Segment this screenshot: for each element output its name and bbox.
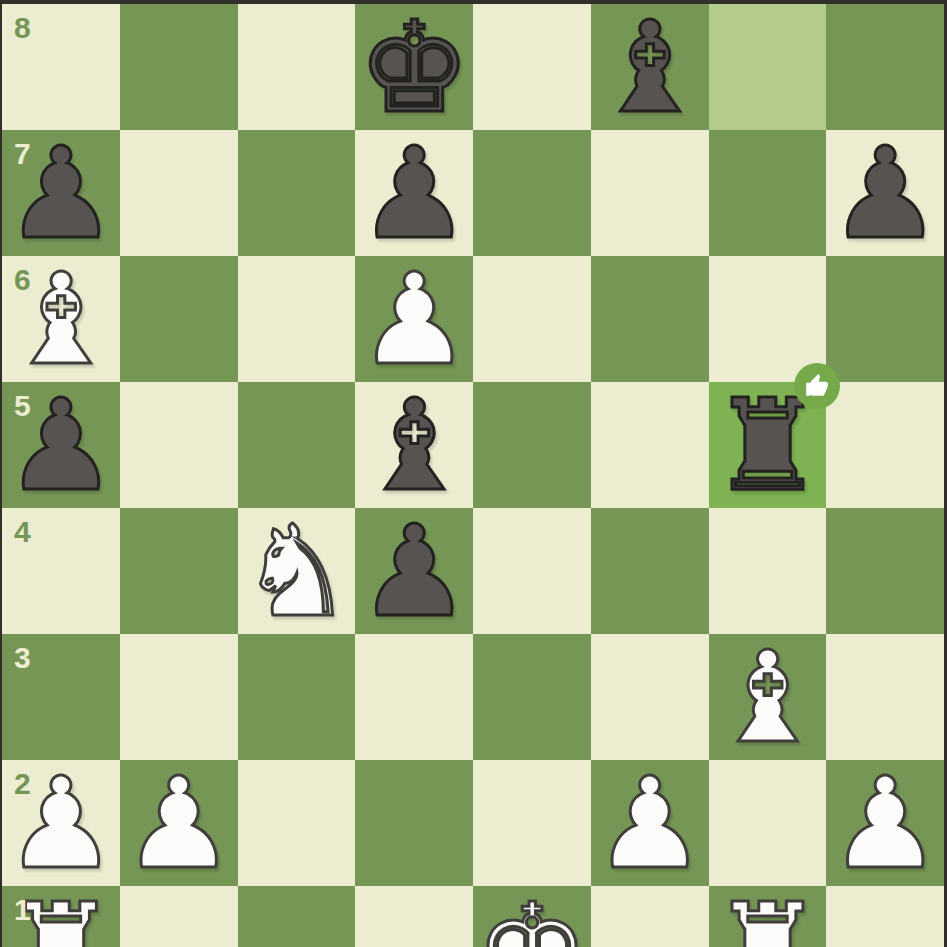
square-e5[interactable]: [473, 382, 591, 508]
square-a3[interactable]: 3: [2, 634, 120, 760]
square-f2[interactable]: ♟: [591, 760, 709, 886]
square-h5[interactable]: [826, 382, 944, 508]
piece-white-pawn-f2[interactable]: ♟: [593, 761, 706, 887]
square-h2[interactable]: ♟: [826, 760, 944, 886]
piece-black-bishop-d5[interactable]: ♝: [358, 383, 471, 509]
square-g2[interactable]: [709, 760, 827, 886]
rank-label-3: 3: [14, 641, 31, 675]
piece-black-pawn-d4[interactable]: ♟: [358, 509, 471, 635]
piece-white-knight-c4[interactable]: ♞: [240, 509, 353, 635]
square-c2[interactable]: [238, 760, 356, 886]
piece-white-bishop-g3[interactable]: ♝: [711, 635, 824, 761]
square-g1[interactable]: g♜: [709, 886, 827, 947]
rank-label-4: 4: [14, 515, 31, 549]
piece-white-rook-g1[interactable]: ♜: [711, 887, 824, 947]
piece-black-king-d8[interactable]: ♚: [358, 5, 471, 131]
square-a8[interactable]: 8: [2, 4, 120, 130]
square-b8[interactable]: [120, 4, 238, 130]
square-c8[interactable]: [238, 4, 356, 130]
square-h4[interactable]: [826, 508, 944, 634]
thumbs-up-icon: [804, 373, 830, 399]
square-c3[interactable]: [238, 634, 356, 760]
square-d7[interactable]: ♟: [355, 130, 473, 256]
piece-white-bishop-a6[interactable]: ♝: [4, 257, 117, 383]
piece-black-pawn-h7[interactable]: ♟: [829, 131, 942, 257]
square-f6[interactable]: [591, 256, 709, 382]
square-a2[interactable]: 2♟: [2, 760, 120, 886]
piece-black-pawn-a5[interactable]: ♟: [4, 383, 117, 509]
piece-white-rook-a1[interactable]: ♜: [4, 887, 117, 947]
piece-white-pawn-b2[interactable]: ♟: [122, 761, 235, 887]
square-e4[interactable]: [473, 508, 591, 634]
square-d5[interactable]: ♝: [355, 382, 473, 508]
square-d1[interactable]: d: [355, 886, 473, 947]
square-h6[interactable]: [826, 256, 944, 382]
square-e3[interactable]: [473, 634, 591, 760]
square-f3[interactable]: [591, 634, 709, 760]
square-d3[interactable]: [355, 634, 473, 760]
rank-label-8: 8: [14, 11, 31, 45]
good-move-badge: [794, 363, 840, 409]
square-e1[interactable]: e♚: [473, 886, 591, 947]
square-f8[interactable]: ♝: [591, 4, 709, 130]
square-h8[interactable]: [826, 4, 944, 130]
square-a7[interactable]: 7♟: [2, 130, 120, 256]
square-b2[interactable]: ♟: [120, 760, 238, 886]
square-c5[interactable]: [238, 382, 356, 508]
chess-board: 8♚♝7♟♟♟6♝♟5♟♝♜4♞♟3♝2♟♟♟♟1a♜bcde♚fg♜h: [2, 4, 944, 944]
piece-black-bishop-f8[interactable]: ♝: [593, 5, 706, 131]
square-f7[interactable]: [591, 130, 709, 256]
square-c4[interactable]: ♞: [238, 508, 356, 634]
square-a6[interactable]: 6♝: [2, 256, 120, 382]
square-b3[interactable]: [120, 634, 238, 760]
square-b6[interactable]: [120, 256, 238, 382]
square-d2[interactable]: [355, 760, 473, 886]
square-d6[interactable]: ♟: [355, 256, 473, 382]
piece-white-pawn-a2[interactable]: ♟: [4, 761, 117, 887]
square-a4[interactable]: 4: [2, 508, 120, 634]
piece-black-pawn-a7[interactable]: ♟: [4, 131, 117, 257]
square-g7[interactable]: [709, 130, 827, 256]
square-g6[interactable]: [709, 256, 827, 382]
piece-white-king-e1[interactable]: ♚: [475, 887, 588, 947]
square-d8[interactable]: ♚: [355, 4, 473, 130]
square-c1[interactable]: c: [238, 886, 356, 947]
piece-white-pawn-h2[interactable]: ♟: [829, 761, 942, 887]
square-g5[interactable]: ♜: [709, 382, 827, 508]
square-a5[interactable]: 5♟: [2, 382, 120, 508]
square-f5[interactable]: [591, 382, 709, 508]
square-c7[interactable]: [238, 130, 356, 256]
square-g4[interactable]: [709, 508, 827, 634]
square-e7[interactable]: [473, 130, 591, 256]
square-b4[interactable]: [120, 508, 238, 634]
square-f4[interactable]: [591, 508, 709, 634]
square-e2[interactable]: [473, 760, 591, 886]
square-e8[interactable]: [473, 4, 591, 130]
square-g8[interactable]: [709, 4, 827, 130]
piece-white-pawn-d6[interactable]: ♟: [358, 257, 471, 383]
square-a1[interactable]: 1a♜: [2, 886, 120, 947]
square-c6[interactable]: [238, 256, 356, 382]
square-g3[interactable]: ♝: [709, 634, 827, 760]
square-h3[interactable]: [826, 634, 944, 760]
square-d4[interactable]: ♟: [355, 508, 473, 634]
piece-black-pawn-d7[interactable]: ♟: [358, 131, 471, 257]
square-b5[interactable]: [120, 382, 238, 508]
square-e6[interactable]: [473, 256, 591, 382]
square-h7[interactable]: ♟: [826, 130, 944, 256]
square-b7[interactable]: [120, 130, 238, 256]
